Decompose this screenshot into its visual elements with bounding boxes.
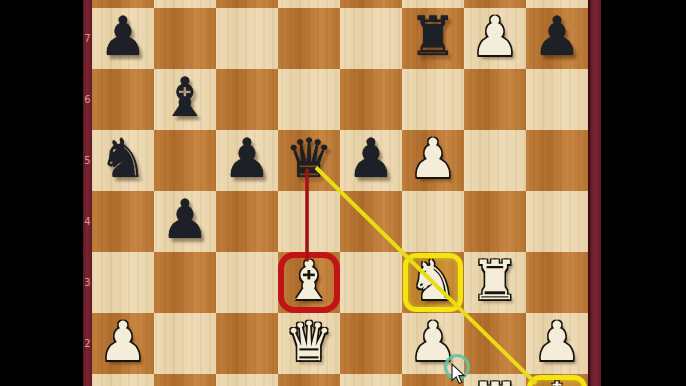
piece-black-pawn-c5[interactable]: ♟ <box>216 130 278 191</box>
rank-label-7: 7 <box>83 34 92 44</box>
square-e2[interactable] <box>340 313 402 374</box>
square-d1[interactable] <box>278 374 340 386</box>
piece-white-knight-f3[interactable]: ♞ <box>402 252 464 313</box>
piece-black-pawn-b4[interactable]: ♟ <box>154 191 216 252</box>
video-frame: ♜♚♟♜♟♟♝♞♟♛♟♟♟♝♞♜♟♛♟♟♜♚ 765432 <box>0 0 686 386</box>
square-h4[interactable] <box>526 191 588 252</box>
square-e4[interactable] <box>340 191 402 252</box>
square-e8[interactable] <box>340 0 402 8</box>
square-c7[interactable] <box>216 8 278 69</box>
square-h6[interactable] <box>526 69 588 130</box>
piece-black-pawn-a7[interactable]: ♟ <box>92 8 154 69</box>
piece-black-rook-f7[interactable]: ♜ <box>402 8 464 69</box>
square-f4[interactable] <box>402 191 464 252</box>
square-a4[interactable] <box>92 191 154 252</box>
rank-label-3: 3 <box>83 278 92 288</box>
square-e6[interactable] <box>340 69 402 130</box>
square-d7[interactable] <box>278 8 340 69</box>
square-h5[interactable] <box>526 130 588 191</box>
square-d4[interactable] <box>278 191 340 252</box>
rank-label-4: 4 <box>83 217 92 227</box>
piece-black-rook-d8[interactable]: ♜ <box>278 0 340 8</box>
square-f6[interactable] <box>402 69 464 130</box>
piece-black-queen-d5[interactable]: ♛ <box>278 130 340 191</box>
square-b5[interactable] <box>154 130 216 191</box>
square-b7[interactable] <box>154 8 216 69</box>
square-a1[interactable] <box>92 374 154 386</box>
piece-white-pawn-f5[interactable]: ♟ <box>402 130 464 191</box>
square-d6[interactable] <box>278 69 340 130</box>
piece-white-pawn-g7[interactable]: ♟ <box>464 8 526 69</box>
square-g5[interactable] <box>464 130 526 191</box>
rank-label-6: 6 <box>83 95 92 105</box>
piece-white-pawn-f2[interactable]: ♟ <box>402 313 464 374</box>
piece-white-king-h1[interactable]: ♚ <box>526 374 588 386</box>
square-c6[interactable] <box>216 69 278 130</box>
board-frame-right <box>588 0 601 386</box>
piece-white-rook-g1[interactable]: ♜ <box>464 374 526 386</box>
square-g6[interactable] <box>464 69 526 130</box>
square-e1[interactable] <box>340 374 402 386</box>
rank-label-5: 5 <box>83 156 92 166</box>
square-c1[interactable] <box>216 374 278 386</box>
square-e3[interactable] <box>340 252 402 313</box>
piece-black-bishop-b6[interactable]: ♝ <box>154 69 216 130</box>
square-g4[interactable] <box>464 191 526 252</box>
square-b2[interactable] <box>154 313 216 374</box>
piece-white-rook-g3[interactable]: ♜ <box>464 252 526 313</box>
square-a3[interactable] <box>92 252 154 313</box>
piece-white-pawn-a2[interactable]: ♟ <box>92 313 154 374</box>
piece-black-pawn-e5[interactable]: ♟ <box>340 130 402 191</box>
square-b1[interactable] <box>154 374 216 386</box>
piece-white-bishop-d3[interactable]: ♝ <box>278 252 340 313</box>
square-c2[interactable] <box>216 313 278 374</box>
square-c3[interactable] <box>216 252 278 313</box>
square-b3[interactable] <box>154 252 216 313</box>
piece-black-knight-a5[interactable]: ♞ <box>92 130 154 191</box>
square-h3[interactable] <box>526 252 588 313</box>
rank-label-2: 2 <box>83 339 92 349</box>
square-g2[interactable] <box>464 313 526 374</box>
square-a6[interactable] <box>92 69 154 130</box>
square-e7[interactable] <box>340 8 402 69</box>
piece-white-pawn-h2[interactable]: ♟ <box>526 313 588 374</box>
piece-white-queen-d2[interactable]: ♛ <box>278 313 340 374</box>
square-b8[interactable] <box>154 0 216 8</box>
piece-black-pawn-h7[interactable]: ♟ <box>526 8 588 69</box>
square-c4[interactable] <box>216 191 278 252</box>
square-c8[interactable] <box>216 0 278 8</box>
square-f1[interactable] <box>402 374 464 386</box>
board-frame-left <box>83 0 92 386</box>
